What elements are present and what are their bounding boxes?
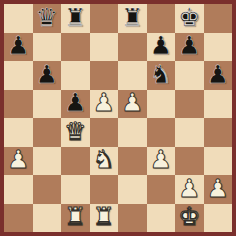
white-knight[interactable]: ♞ xyxy=(93,147,115,172)
square-e8[interactable]: ♜ xyxy=(118,4,147,33)
square-e6[interactable] xyxy=(118,61,147,90)
square-g4[interactable] xyxy=(175,118,204,147)
black-rook[interactable]: ♜ xyxy=(64,5,86,30)
white-queen[interactable]: ♛ xyxy=(64,119,86,144)
square-c2[interactable] xyxy=(61,175,90,204)
black-pawn[interactable]: ♟ xyxy=(36,62,58,87)
square-c6[interactable] xyxy=(61,61,90,90)
square-d7[interactable] xyxy=(90,33,119,62)
square-a1[interactable] xyxy=(4,204,33,233)
square-e5[interactable]: ♟ xyxy=(118,90,147,119)
square-h4[interactable] xyxy=(204,118,233,147)
white-rook[interactable]: ♜ xyxy=(64,204,86,229)
white-pawn[interactable]: ♟ xyxy=(7,147,29,172)
square-b1[interactable] xyxy=(33,204,62,233)
square-d4[interactable] xyxy=(90,118,119,147)
square-a6[interactable] xyxy=(4,61,33,90)
square-b2[interactable] xyxy=(33,175,62,204)
black-pawn[interactable]: ♟ xyxy=(64,90,86,115)
square-g1[interactable]: ♚ xyxy=(175,204,204,233)
square-c5[interactable]: ♟ xyxy=(61,90,90,119)
square-f2[interactable] xyxy=(147,175,176,204)
square-c8[interactable]: ♜ xyxy=(61,4,90,33)
square-h6[interactable]: ♟ xyxy=(204,61,233,90)
white-rook[interactable]: ♜ xyxy=(93,204,115,229)
black-queen[interactable]: ♛ xyxy=(36,5,58,30)
square-b8[interactable]: ♛ xyxy=(33,4,62,33)
square-h7[interactable] xyxy=(204,33,233,62)
square-h1[interactable] xyxy=(204,204,233,233)
square-a8[interactable] xyxy=(4,4,33,33)
square-e4[interactable] xyxy=(118,118,147,147)
white-pawn[interactable]: ♟ xyxy=(93,90,115,115)
white-pawn[interactable]: ♟ xyxy=(150,147,172,172)
square-f8[interactable] xyxy=(147,4,176,33)
square-f5[interactable] xyxy=(147,90,176,119)
square-d8[interactable] xyxy=(90,4,119,33)
square-a4[interactable] xyxy=(4,118,33,147)
square-e7[interactable] xyxy=(118,33,147,62)
square-a2[interactable] xyxy=(4,175,33,204)
square-c4[interactable]: ♛ xyxy=(61,118,90,147)
square-c7[interactable] xyxy=(61,33,90,62)
square-c3[interactable] xyxy=(61,147,90,176)
square-e1[interactable] xyxy=(118,204,147,233)
square-f1[interactable] xyxy=(147,204,176,233)
square-g6[interactable] xyxy=(175,61,204,90)
black-pawn[interactable]: ♟ xyxy=(150,33,172,58)
square-h5[interactable] xyxy=(204,90,233,119)
square-h3[interactable] xyxy=(204,147,233,176)
square-d2[interactable] xyxy=(90,175,119,204)
square-g2[interactable]: ♟ xyxy=(175,175,204,204)
square-g3[interactable] xyxy=(175,147,204,176)
square-a7[interactable]: ♟ xyxy=(4,33,33,62)
square-f6[interactable]: ♞ xyxy=(147,61,176,90)
square-b5[interactable] xyxy=(33,90,62,119)
white-pawn[interactable]: ♟ xyxy=(207,176,229,201)
black-pawn[interactable]: ♟ xyxy=(7,33,29,58)
square-b7[interactable] xyxy=(33,33,62,62)
square-e3[interactable] xyxy=(118,147,147,176)
white-pawn[interactable]: ♟ xyxy=(121,90,143,115)
white-king[interactable]: ♚ xyxy=(178,204,200,229)
square-h8[interactable] xyxy=(204,4,233,33)
square-f4[interactable] xyxy=(147,118,176,147)
square-c1[interactable]: ♜ xyxy=(61,204,90,233)
square-g8[interactable]: ♚ xyxy=(175,4,204,33)
black-rook[interactable]: ♜ xyxy=(121,5,143,30)
square-g5[interactable] xyxy=(175,90,204,119)
square-d1[interactable]: ♜ xyxy=(90,204,119,233)
chess-board-frame: ♛♜♜♚♟♟♟♟♞♟♟♟♟♛♟♞♟♟♟♜♜♚ xyxy=(0,0,236,236)
square-e2[interactable] xyxy=(118,175,147,204)
square-d6[interactable] xyxy=(90,61,119,90)
square-a5[interactable] xyxy=(4,90,33,119)
square-a3[interactable]: ♟ xyxy=(4,147,33,176)
square-d5[interactable]: ♟ xyxy=(90,90,119,119)
black-pawn[interactable]: ♟ xyxy=(207,62,229,87)
square-b3[interactable] xyxy=(33,147,62,176)
square-d3[interactable]: ♞ xyxy=(90,147,119,176)
black-pawn[interactable]: ♟ xyxy=(178,33,200,58)
black-king[interactable]: ♚ xyxy=(178,5,200,30)
square-f7[interactable]: ♟ xyxy=(147,33,176,62)
white-pawn[interactable]: ♟ xyxy=(178,176,200,201)
square-b4[interactable] xyxy=(33,118,62,147)
square-h2[interactable]: ♟ xyxy=(204,175,233,204)
square-f3[interactable]: ♟ xyxy=(147,147,176,176)
square-b6[interactable]: ♟ xyxy=(33,61,62,90)
square-g7[interactable]: ♟ xyxy=(175,33,204,62)
black-knight[interactable]: ♞ xyxy=(150,62,172,87)
chess-board: ♛♜♜♚♟♟♟♟♞♟♟♟♟♛♟♞♟♟♟♜♜♚ xyxy=(4,4,232,232)
